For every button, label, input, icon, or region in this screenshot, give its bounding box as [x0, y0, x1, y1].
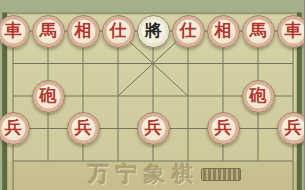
board-point-g3[interactable] — [206, 80, 241, 113]
board-point-b5[interactable] — [31, 145, 66, 178]
piece-glyph: 砲 — [250, 87, 267, 104]
board-point-h5[interactable] — [241, 145, 276, 178]
piece-glyph: 兵 — [145, 119, 162, 136]
watermark: 万宁象棋 — [88, 161, 241, 187]
piece-glyph: 馬 — [40, 22, 57, 39]
piece-red-horse-left[interactable]: 馬 — [32, 15, 65, 48]
board-point-d1[interactable]: 仕 — [101, 15, 136, 48]
board-point-f2[interactable] — [171, 47, 206, 80]
piece-red-soldier-3[interactable]: 兵 — [67, 112, 100, 145]
watermark-badge — [201, 168, 241, 181]
board-point-g2[interactable] — [206, 47, 241, 80]
board-point-g1[interactable]: 相 — [206, 15, 241, 48]
piece-glyph: 相 — [215, 22, 232, 39]
board-point-b3[interactable]: 砲 — [31, 80, 66, 113]
board-point-e1[interactable]: 將 — [136, 15, 171, 48]
piece-red-chariot-left[interactable]: 車 — [0, 15, 30, 48]
piece-glyph: 車 — [285, 22, 302, 39]
board-point-f1[interactable]: 仕 — [171, 15, 206, 48]
piece-red-chariot-right[interactable]: 車 — [277, 15, 305, 48]
xiangqi-app-screen: 車馬相仕將仕相馬車砲砲兵兵兵兵兵 万宁象棋 — [0, 0, 304, 190]
watermark-text: 万宁象棋 — [88, 160, 200, 188]
piece-glyph: 仕 — [180, 22, 197, 39]
piece-red-soldier-7[interactable]: 兵 — [207, 112, 240, 145]
piece-red-horse-right[interactable]: 馬 — [242, 15, 275, 48]
xiangqi-board[interactable]: 車馬相仕將仕相馬車砲砲兵兵兵兵兵 — [0, 15, 304, 178]
piece-red-advisor-left[interactable]: 仕 — [102, 15, 135, 48]
piece-red-cannon-right[interactable]: 砲 — [242, 80, 275, 113]
board-point-a3[interactable] — [0, 80, 31, 113]
board-point-a1[interactable]: 車 — [0, 15, 31, 48]
piece-glyph: 兵 — [215, 119, 232, 136]
board-point-h1[interactable]: 馬 — [241, 15, 276, 48]
board-point-d4[interactable] — [101, 112, 136, 145]
board-point-c3[interactable] — [66, 80, 101, 113]
piece-glyph: 兵 — [285, 119, 302, 136]
board-point-g4[interactable]: 兵 — [206, 112, 241, 145]
board-point-i2[interactable] — [276, 47, 305, 80]
board-point-a2[interactable] — [0, 47, 31, 80]
board-point-d3[interactable] — [101, 80, 136, 113]
piece-glyph: 仕 — [110, 22, 127, 39]
board-point-b1[interactable]: 馬 — [31, 15, 66, 48]
board-point-a5[interactable] — [0, 145, 31, 178]
board-point-i1[interactable]: 車 — [276, 15, 305, 48]
board-point-e2[interactable] — [136, 47, 171, 80]
board-point-b2[interactable] — [31, 47, 66, 80]
board-point-f4[interactable] — [171, 112, 206, 145]
board-point-e4[interactable]: 兵 — [136, 112, 171, 145]
piece-red-advisor-right[interactable]: 仕 — [172, 15, 205, 48]
board-point-i3[interactable] — [276, 80, 305, 113]
piece-black-general[interactable]: 將 — [137, 15, 170, 48]
piece-glyph: 馬 — [250, 22, 267, 39]
board-point-h4[interactable] — [241, 112, 276, 145]
board-point-d2[interactable] — [101, 47, 136, 80]
piece-glyph: 將 — [145, 22, 162, 39]
board-point-c2[interactable] — [66, 47, 101, 80]
board-point-i4[interactable]: 兵 — [276, 112, 305, 145]
piece-glyph: 砲 — [40, 87, 57, 104]
piece-red-elephant-right[interactable]: 相 — [207, 15, 240, 48]
board-point-f3[interactable] — [171, 80, 206, 113]
board-point-e3[interactable] — [136, 80, 171, 113]
piece-glyph: 車 — [5, 22, 22, 39]
board-point-b4[interactable] — [31, 112, 66, 145]
board-point-i5[interactable] — [276, 145, 305, 178]
piece-red-soldier-1[interactable]: 兵 — [0, 112, 30, 145]
board-point-a4[interactable]: 兵 — [0, 112, 31, 145]
piece-red-elephant-left[interactable]: 相 — [67, 15, 100, 48]
piece-glyph: 相 — [75, 22, 92, 39]
piece-glyph: 兵 — [5, 119, 22, 136]
board-point-c4[interactable]: 兵 — [66, 112, 101, 145]
board-point-h3[interactable]: 砲 — [241, 80, 276, 113]
piece-red-cannon-left[interactable]: 砲 — [32, 80, 65, 113]
board-point-h2[interactable] — [241, 47, 276, 80]
piece-red-soldier-5[interactable]: 兵 — [137, 112, 170, 145]
piece-red-soldier-9[interactable]: 兵 — [277, 112, 305, 145]
board-point-c1[interactable]: 相 — [66, 15, 101, 48]
piece-glyph: 兵 — [75, 119, 92, 136]
